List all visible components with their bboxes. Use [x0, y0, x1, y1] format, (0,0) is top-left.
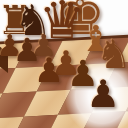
piece-white-pawn-c5: ♟ — [34, 53, 64, 87]
piece-white-knight-h6: ♞ — [96, 34, 128, 74]
chess-set-photo: ♜♞♛♚♟♟♟♝♞♟♟♟♟ — [0, 0, 128, 128]
piece-white-pawn-f4: ♟ — [86, 75, 120, 113]
pieces-layer: ♜♞♛♚♟♟♟♝♞♟♟♟♟ — [0, 0, 128, 128]
